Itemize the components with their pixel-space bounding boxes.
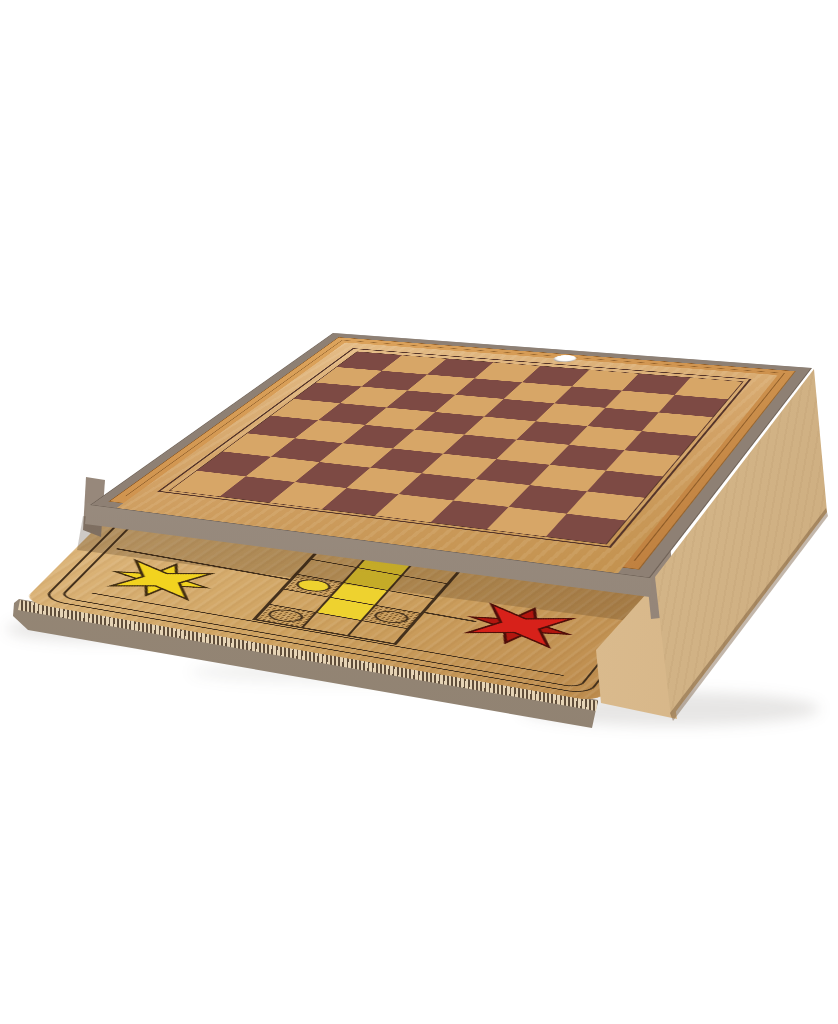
safe-cell-circle [264, 608, 307, 624]
product-photo-stage [0, 0, 838, 1024]
